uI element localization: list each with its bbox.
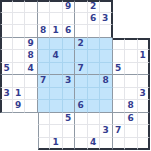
cell-r8c11[interactable] — [125, 88, 138, 101]
void-r3c12 — [138, 25, 151, 38]
cell-r5c1[interactable] — [0, 50, 13, 63]
cell-r8c3[interactable] — [25, 88, 38, 101]
cell-r11c10[interactable]: 7 — [113, 125, 126, 138]
cell-r11c8[interactable] — [88, 125, 101, 138]
cell-r4c6[interactable] — [63, 38, 76, 51]
cell-r6c5[interactable] — [50, 63, 63, 76]
cell-r5c4[interactable] — [38, 50, 51, 63]
cell-r8c6[interactable] — [63, 88, 76, 101]
cell-r4c5[interactable] — [50, 38, 63, 51]
void-r2c12 — [138, 13, 151, 26]
cell-r4c1[interactable] — [0, 38, 13, 51]
cell-r4c4[interactable] — [38, 38, 51, 51]
cell-r5c10[interactable] — [113, 50, 126, 63]
cell-r12c10[interactable] — [113, 138, 126, 151]
cell-r7c3[interactable] — [25, 75, 38, 88]
cell-r4c10[interactable] — [113, 38, 126, 51]
cell-r12c6[interactable] — [63, 138, 76, 151]
cell-r7c1[interactable] — [0, 75, 13, 88]
cell-r4c3[interactable]: 9 — [25, 38, 38, 51]
cell-r6c12[interactable] — [138, 63, 151, 76]
cell-r10c12[interactable] — [138, 113, 151, 126]
cell-r4c11[interactable] — [125, 38, 138, 51]
cell-r12c11[interactable] — [125, 138, 138, 151]
cell-r1c5[interactable] — [50, 0, 63, 13]
cell-r5c2[interactable] — [13, 50, 26, 63]
cell-r12c9[interactable] — [100, 138, 113, 151]
cell-r9c3[interactable] — [25, 100, 38, 113]
cell-r10c4[interactable] — [38, 113, 51, 126]
cell-r3c5[interactable]: 1 — [50, 25, 63, 38]
cell-r3c8[interactable] — [88, 25, 101, 38]
cell-r4c12[interactable] — [138, 38, 151, 51]
cell-r6c10[interactable]: 5 — [113, 63, 126, 76]
cell-r6c1[interactable]: 5 — [0, 63, 13, 76]
void-r10c1 — [0, 113, 13, 126]
cell-r6c8[interactable] — [88, 63, 101, 76]
cell-r9c4[interactable] — [38, 100, 51, 113]
cell-r9c1[interactable] — [0, 100, 13, 113]
void-r2c11 — [125, 13, 138, 26]
cell-r11c5[interactable] — [50, 125, 63, 138]
cell-r7c11[interactable] — [125, 75, 138, 88]
cell-r7c5[interactable] — [50, 75, 63, 88]
cell-r9c2[interactable]: 9 — [13, 100, 26, 113]
cell-r9c9[interactable] — [100, 100, 113, 113]
cell-r12c4[interactable] — [38, 138, 51, 151]
void-r1c10 — [113, 0, 126, 13]
cell-r1c8[interactable]: 2 — [88, 0, 101, 13]
cell-r10c9[interactable] — [100, 113, 113, 126]
cell-r5c8[interactable] — [88, 50, 101, 63]
cell-r3c7[interactable] — [75, 25, 88, 38]
cell-r2c9[interactable]: 3 — [100, 13, 113, 26]
void-r11c1 — [0, 125, 13, 138]
cell-r2c3[interactable] — [25, 13, 38, 26]
void-r1c12 — [138, 0, 151, 13]
void-r3c10 — [113, 25, 126, 38]
cell-r5c5[interactable]: 4 — [50, 50, 63, 63]
cell-r7c8[interactable] — [88, 75, 101, 88]
cell-r4c7[interactable]: 2 — [75, 38, 88, 51]
cell-r11c4[interactable] — [38, 125, 51, 138]
cell-r6c4[interactable] — [38, 63, 51, 76]
cell-r11c12[interactable] — [138, 125, 151, 138]
cell-r3c3[interactable] — [25, 25, 38, 38]
cell-r11c11[interactable] — [125, 125, 138, 138]
cell-r9c8[interactable] — [88, 100, 101, 113]
cell-r5c7[interactable] — [75, 50, 88, 63]
cell-r3c2[interactable] — [13, 25, 26, 38]
cell-r8c9[interactable] — [100, 88, 113, 101]
cell-r2c2[interactable] — [13, 13, 26, 26]
cell-r10c10[interactable] — [113, 113, 126, 126]
cell-r1c6[interactable]: 9 — [63, 0, 76, 13]
cell-r1c4[interactable] — [38, 0, 51, 13]
cell-r6c6[interactable] — [63, 63, 76, 76]
cell-r11c9[interactable]: 3 — [100, 125, 113, 138]
cell-r2c5[interactable] — [50, 13, 63, 26]
cell-r6c7[interactable]: 7 — [75, 63, 88, 76]
cell-r2c1[interactable] — [0, 13, 13, 26]
void-r11c3 — [25, 125, 38, 138]
cell-r5c9[interactable] — [100, 50, 113, 63]
cell-r8c4[interactable] — [38, 88, 51, 101]
cell-r1c3[interactable] — [25, 0, 38, 13]
cell-r8c12[interactable]: 3 — [138, 88, 151, 101]
cell-r6c3[interactable]: 4 — [25, 63, 38, 76]
void-r12c3 — [25, 138, 38, 151]
cell-r9c11[interactable]: 8 — [125, 100, 138, 113]
cell-r1c9[interactable] — [100, 0, 113, 13]
cell-r9c6[interactable] — [63, 100, 76, 113]
void-r3c11 — [125, 25, 138, 38]
cell-r7c2[interactable] — [13, 75, 26, 88]
sudoku-board: 9263816928415475738313968563714 — [0, 0, 150, 150]
cell-r6c11[interactable] — [125, 63, 138, 76]
cell-r9c7[interactable]: 6 — [75, 100, 88, 113]
cell-r4c9[interactable] — [100, 38, 113, 51]
cell-r6c2[interactable] — [13, 63, 26, 76]
void-r10c2 — [13, 113, 26, 126]
void-r12c2 — [13, 138, 26, 151]
cell-r2c4[interactable] — [38, 13, 51, 26]
cell-r7c12[interactable] — [138, 75, 151, 88]
cell-r8c8[interactable] — [88, 88, 101, 101]
cell-r8c1[interactable]: 3 — [0, 88, 13, 101]
cell-r8c5[interactable] — [50, 88, 63, 101]
cell-r12c8[interactable]: 4 — [88, 138, 101, 151]
cell-r4c2[interactable] — [13, 38, 26, 51]
cell-r12c7[interactable] — [75, 138, 88, 151]
cell-r10c11[interactable]: 6 — [125, 113, 138, 126]
cell-r5c3[interactable]: 8 — [25, 50, 38, 63]
cell-r1c2[interactable] — [13, 0, 26, 13]
cell-r4c8[interactable] — [88, 38, 101, 51]
cell-r6c9[interactable] — [100, 63, 113, 76]
cell-r2c6[interactable] — [63, 13, 76, 26]
cell-r7c4[interactable]: 7 — [38, 75, 51, 88]
cell-r1c7[interactable] — [75, 0, 88, 13]
cell-r12c5[interactable]: 1 — [50, 138, 63, 151]
void-r11c2 — [13, 125, 26, 138]
cell-r7c7[interactable] — [75, 75, 88, 88]
cell-r1c1[interactable] — [0, 0, 13, 13]
cell-r5c6[interactable] — [63, 50, 76, 63]
cell-r11c7[interactable] — [75, 125, 88, 138]
cell-r7c6[interactable]: 3 — [63, 75, 76, 88]
cell-r9c10[interactable] — [113, 100, 126, 113]
void-r10c3 — [25, 113, 38, 126]
cell-r3c6[interactable]: 6 — [63, 25, 76, 38]
cell-r5c12[interactable]: 1 — [138, 50, 151, 63]
cell-r8c2[interactable]: 1 — [13, 88, 26, 101]
void-r1c11 — [125, 0, 138, 13]
cell-r9c12[interactable] — [138, 100, 151, 113]
cell-r3c1[interactable] — [0, 25, 13, 38]
cell-r7c9[interactable]: 8 — [100, 75, 113, 88]
cell-r2c7[interactable] — [75, 13, 88, 26]
cell-r10c6[interactable]: 5 — [63, 113, 76, 126]
cell-r10c5[interactable] — [50, 113, 63, 126]
void-r2c10 — [113, 13, 126, 26]
cell-r9c5[interactable] — [50, 100, 63, 113]
cell-r12c12[interactable] — [138, 138, 151, 151]
cell-r2c8[interactable]: 6 — [88, 13, 101, 26]
cell-r3c4[interactable]: 8 — [38, 25, 51, 38]
cell-r10c8[interactable] — [88, 113, 101, 126]
cell-r8c7[interactable] — [75, 88, 88, 101]
void-r12c1 — [0, 138, 13, 151]
cell-r5c11[interactable] — [125, 50, 138, 63]
cell-r10c7[interactable] — [75, 113, 88, 126]
cell-r8c10[interactable] — [113, 88, 126, 101]
cell-r11c6[interactable] — [63, 125, 76, 138]
cell-r3c9[interactable] — [100, 25, 113, 38]
cell-r7c10[interactable] — [113, 75, 126, 88]
